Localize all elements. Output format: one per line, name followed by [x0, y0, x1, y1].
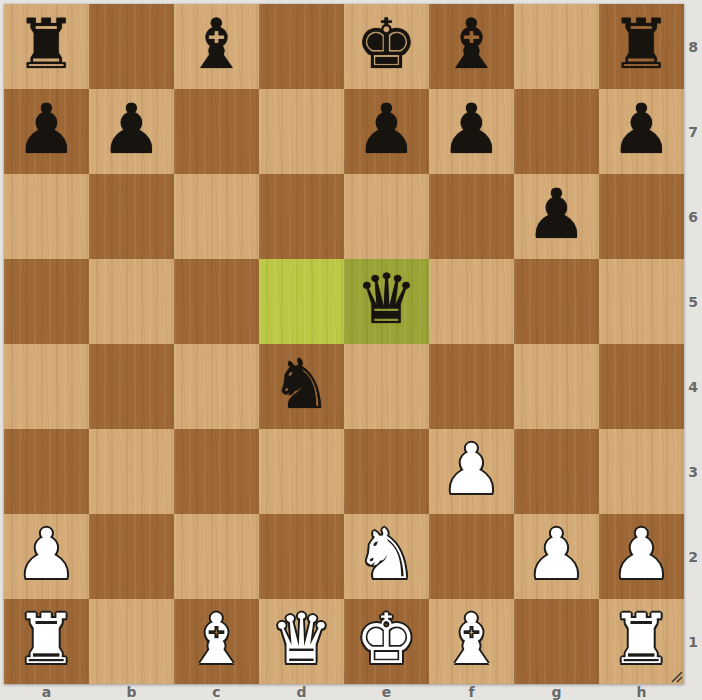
- rank-label-7: 7: [684, 89, 702, 174]
- square-a4[interactable]: [4, 344, 89, 429]
- square-f5[interactable]: [429, 259, 514, 344]
- piece-white-rook[interactable]: ♜: [16, 597, 78, 682]
- file-label-d: d: [259, 684, 344, 700]
- square-d2[interactable]: [259, 514, 344, 599]
- square-b2[interactable]: [89, 514, 174, 599]
- piece-black-pawn[interactable]: ♟: [16, 87, 78, 172]
- piece-black-rook[interactable]: ♜: [16, 2, 78, 87]
- square-e8[interactable]: ♚: [344, 4, 429, 89]
- square-d6[interactable]: [259, 174, 344, 259]
- rank-label-2: 2: [684, 514, 702, 599]
- square-h8[interactable]: ♜: [599, 4, 684, 89]
- square-c6[interactable]: [174, 174, 259, 259]
- square-c8[interactable]: ♝: [174, 4, 259, 89]
- square-g6[interactable]: ♟: [514, 174, 599, 259]
- square-g4[interactable]: [514, 344, 599, 429]
- piece-black-king[interactable]: ♚: [356, 2, 418, 87]
- square-f6[interactable]: [429, 174, 514, 259]
- square-d5[interactable]: [259, 259, 344, 344]
- rank-label-3: 3: [684, 429, 702, 514]
- piece-black-bishop[interactable]: ♝: [186, 2, 248, 87]
- square-b8[interactable]: [89, 4, 174, 89]
- square-c1[interactable]: ♝: [174, 599, 259, 684]
- square-h6[interactable]: [599, 174, 684, 259]
- file-label-c: c: [174, 684, 259, 700]
- square-c4[interactable]: [174, 344, 259, 429]
- square-b5[interactable]: [89, 259, 174, 344]
- square-d4[interactable]: ♞: [259, 344, 344, 429]
- rank-label-4: 4: [684, 344, 702, 429]
- square-f3[interactable]: ♟: [429, 429, 514, 514]
- square-a3[interactable]: [4, 429, 89, 514]
- square-f1[interactable]: ♝: [429, 599, 514, 684]
- square-b1[interactable]: [89, 599, 174, 684]
- square-d8[interactable]: [259, 4, 344, 89]
- square-b7[interactable]: ♟: [89, 89, 174, 174]
- square-a2[interactable]: ♟: [4, 514, 89, 599]
- file-label-b: b: [89, 684, 174, 700]
- file-label-f: f: [429, 684, 514, 700]
- piece-black-pawn[interactable]: ♟: [356, 87, 418, 172]
- square-e3[interactable]: [344, 429, 429, 514]
- piece-white-bishop[interactable]: ♝: [186, 597, 248, 682]
- square-c3[interactable]: [174, 429, 259, 514]
- square-a7[interactable]: ♟: [4, 89, 89, 174]
- square-h1[interactable]: ♜: [599, 599, 684, 684]
- piece-black-knight[interactable]: ♞: [271, 342, 333, 427]
- file-labels: abcdefgh: [4, 684, 684, 700]
- board-resize-handle[interactable]: [669, 669, 683, 683]
- square-e2[interactable]: ♞: [344, 514, 429, 599]
- square-c2[interactable]: [174, 514, 259, 599]
- file-label-g: g: [514, 684, 599, 700]
- piece-black-pawn[interactable]: ♟: [101, 87, 163, 172]
- file-label-a: a: [4, 684, 89, 700]
- rank-label-1: 1: [684, 599, 702, 684]
- square-c7[interactable]: [174, 89, 259, 174]
- square-e7[interactable]: ♟: [344, 89, 429, 174]
- chess-board: ♜♝♚♝♜♟♟♟♟♟♟♛♞♟♟♞♟♟♜♝♛♚♝♜: [4, 4, 684, 684]
- square-f8[interactable]: ♝: [429, 4, 514, 89]
- square-e4[interactable]: [344, 344, 429, 429]
- square-g7[interactable]: [514, 89, 599, 174]
- piece-white-bishop[interactable]: ♝: [441, 597, 503, 682]
- square-b6[interactable]: [89, 174, 174, 259]
- piece-black-pawn[interactable]: ♟: [526, 172, 588, 257]
- piece-white-pawn[interactable]: ♟: [526, 512, 588, 597]
- piece-white-pawn[interactable]: ♟: [16, 512, 78, 597]
- piece-white-rook[interactable]: ♜: [611, 597, 673, 682]
- square-d3[interactable]: [259, 429, 344, 514]
- square-d7[interactable]: [259, 89, 344, 174]
- square-f2[interactable]: [429, 514, 514, 599]
- square-b4[interactable]: [89, 344, 174, 429]
- square-h7[interactable]: ♟: [599, 89, 684, 174]
- square-h5[interactable]: [599, 259, 684, 344]
- chess-app: ♜♝♚♝♜♟♟♟♟♟♟♛♞♟♟♞♟♟♜♝♛♚♝♜ 87654321 abcdef…: [0, 0, 702, 700]
- piece-white-pawn[interactable]: ♟: [441, 427, 503, 512]
- square-h4[interactable]: [599, 344, 684, 429]
- square-e5[interactable]: ♛: [344, 259, 429, 344]
- piece-black-queen[interactable]: ♛: [356, 257, 418, 342]
- rank-label-5: 5: [684, 259, 702, 344]
- piece-black-pawn[interactable]: ♟: [611, 87, 673, 172]
- rank-labels: 87654321: [684, 4, 702, 684]
- square-a5[interactable]: [4, 259, 89, 344]
- square-a6[interactable]: [4, 174, 89, 259]
- square-g8[interactable]: [514, 4, 599, 89]
- piece-white-queen[interactable]: ♛: [271, 597, 333, 682]
- square-a1[interactable]: ♜: [4, 599, 89, 684]
- square-d1[interactable]: ♛: [259, 599, 344, 684]
- square-g3[interactable]: [514, 429, 599, 514]
- square-a8[interactable]: ♜: [4, 4, 89, 89]
- rank-label-6: 6: [684, 174, 702, 259]
- piece-white-knight[interactable]: ♞: [356, 512, 418, 597]
- piece-white-king[interactable]: ♚: [356, 597, 418, 682]
- square-b3[interactable]: [89, 429, 174, 514]
- piece-white-pawn[interactable]: ♟: [611, 512, 673, 597]
- square-f4[interactable]: [429, 344, 514, 429]
- square-e6[interactable]: [344, 174, 429, 259]
- file-label-e: e: [344, 684, 429, 700]
- piece-black-bishop[interactable]: ♝: [441, 2, 503, 87]
- file-label-h: h: [599, 684, 684, 700]
- square-e1[interactable]: ♚: [344, 599, 429, 684]
- square-g2[interactable]: ♟: [514, 514, 599, 599]
- square-f7[interactable]: ♟: [429, 89, 514, 174]
- piece-black-pawn[interactable]: ♟: [441, 87, 503, 172]
- rank-label-8: 8: [684, 4, 702, 89]
- square-h3[interactable]: [599, 429, 684, 514]
- square-g5[interactable]: [514, 259, 599, 344]
- square-c5[interactable]: [174, 259, 259, 344]
- square-g1[interactable]: [514, 599, 599, 684]
- square-h2[interactable]: ♟: [599, 514, 684, 599]
- piece-black-rook[interactable]: ♜: [611, 2, 673, 87]
